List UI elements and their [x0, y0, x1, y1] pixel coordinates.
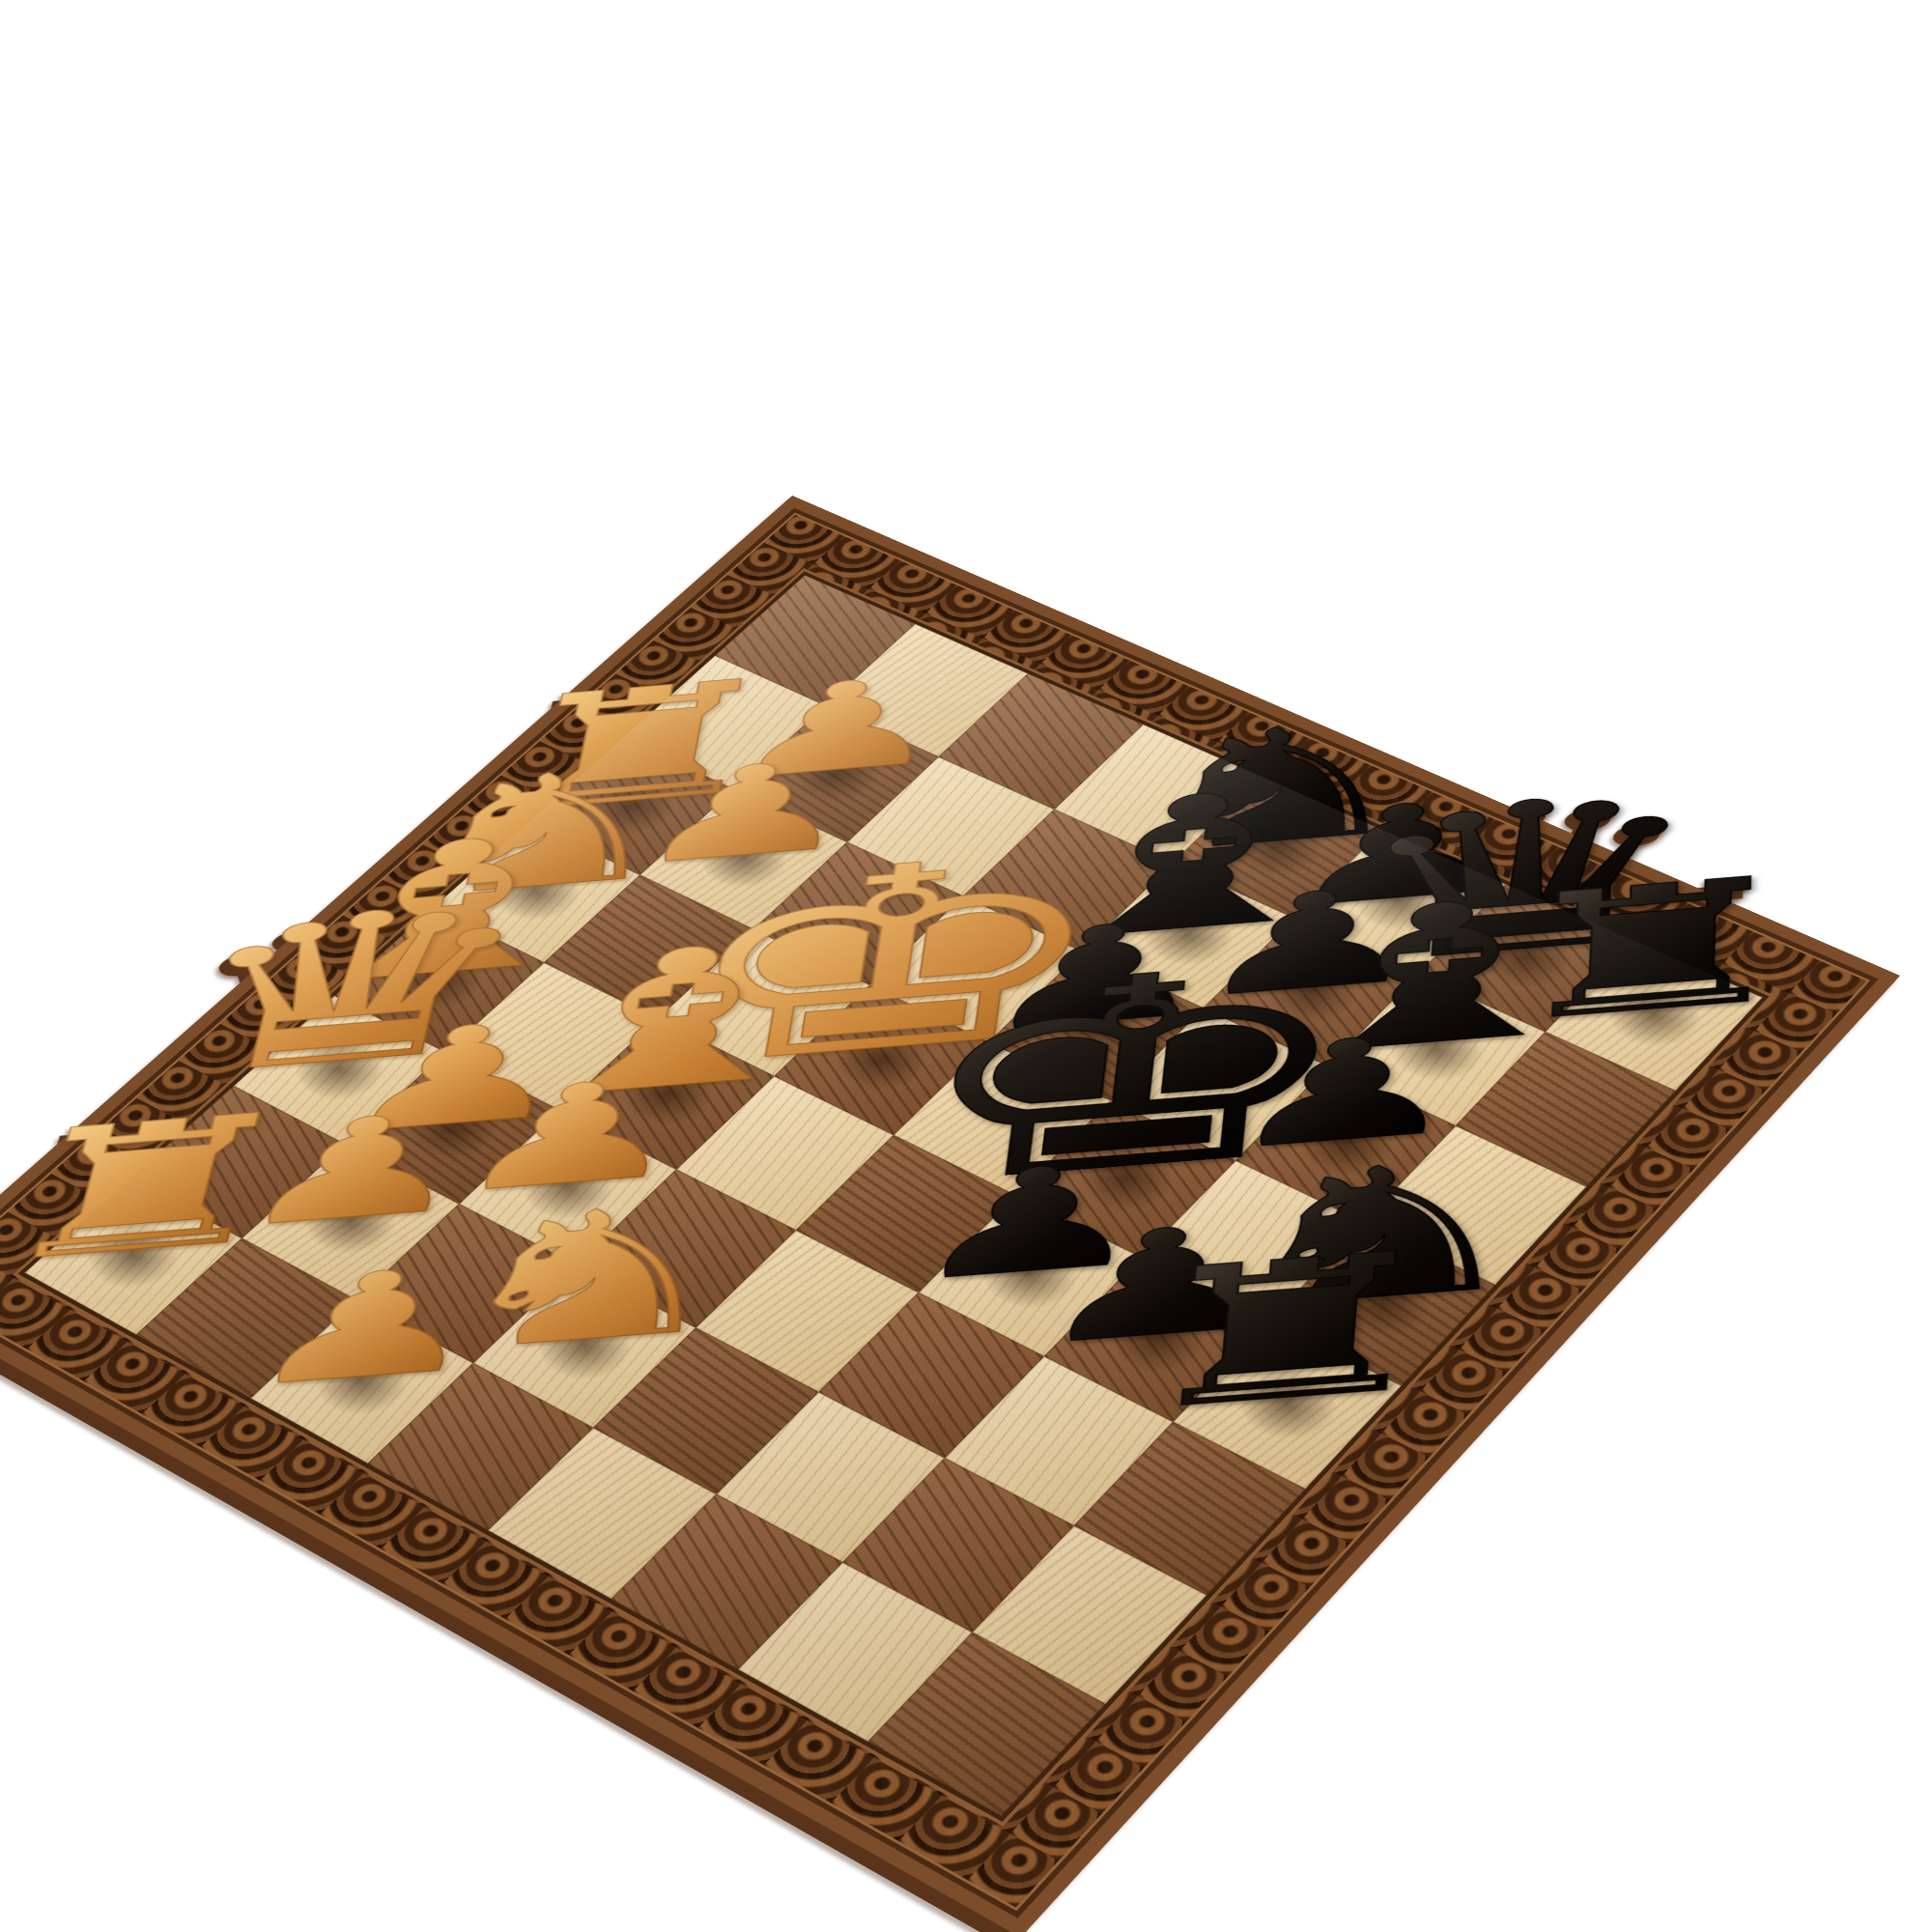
board-3d: ♞♟♛♜♟♝♟♝♜♟♟♟♞♚♚♞♝♝♟♟♜♛♟♟♟♞♜♟ — [0, 496, 1900, 1932]
carved-frame: ♞♟♛♜♟♝♟♝♜♟♟♟♞♚♚♞♝♝♟♟♜♛♟♟♟♞♜♟ — [0, 496, 1900, 1932]
black-rook: ♜ — [1120, 1240, 1455, 1421]
white-rook: ♜ — [0, 1103, 316, 1272]
chess-board: ♞♟♛♜♟♝♟♝♜♟♟♟♞♚♚♞♝♝♟♟♜♛♟♟♟♞♜♟ — [24, 575, 1762, 1815]
product-photo: ♞♟♛♜♟♝♟♝♜♟♟♟♞♚♚♞♝♝♟♟♜♛♟♟♟♞♜♟ — [0, 0, 1932, 1932]
